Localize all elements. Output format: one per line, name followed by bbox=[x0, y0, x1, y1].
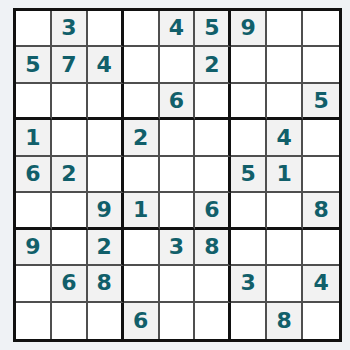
cell-r9c4[interactable]: 6 bbox=[124, 303, 160, 339]
cell-r1c8[interactable] bbox=[267, 11, 303, 47]
cell-r4c9[interactable] bbox=[303, 120, 339, 156]
cell-r5c9[interactable] bbox=[303, 157, 339, 193]
cell-r6c8[interactable] bbox=[267, 193, 303, 229]
cell-r4c5[interactable] bbox=[160, 120, 196, 156]
cell-r1c7[interactable]: 9 bbox=[231, 11, 267, 47]
cell-r3c3[interactable] bbox=[88, 84, 124, 120]
cell-r9c6[interactable] bbox=[195, 303, 231, 339]
cell-r3c8[interactable] bbox=[267, 84, 303, 120]
cell-r4c8[interactable]: 4 bbox=[267, 120, 303, 156]
cell-r5c7[interactable]: 5 bbox=[231, 157, 267, 193]
cell-r8c1[interactable] bbox=[16, 266, 52, 302]
cell-r5c6[interactable] bbox=[195, 157, 231, 193]
cell-r9c1[interactable] bbox=[16, 303, 52, 339]
cell-r6c1[interactable] bbox=[16, 193, 52, 229]
cell-r4c3[interactable] bbox=[88, 120, 124, 156]
cell-r9c5[interactable] bbox=[160, 303, 196, 339]
cell-r2c5[interactable] bbox=[160, 47, 196, 83]
cell-r8c2[interactable]: 6 bbox=[52, 266, 88, 302]
cell-r8c5[interactable] bbox=[160, 266, 196, 302]
cell-r7c7[interactable] bbox=[231, 230, 267, 266]
cell-r4c6[interactable] bbox=[195, 120, 231, 156]
cell-r1c5[interactable]: 4 bbox=[160, 11, 196, 47]
cell-r6c9[interactable]: 8 bbox=[303, 193, 339, 229]
cell-r8c8[interactable] bbox=[267, 266, 303, 302]
cell-r7c5[interactable]: 3 bbox=[160, 230, 196, 266]
cell-r1c3[interactable] bbox=[88, 11, 124, 47]
cell-r7c8[interactable] bbox=[267, 230, 303, 266]
cell-r7c6[interactable]: 8 bbox=[195, 230, 231, 266]
cell-r3c9[interactable]: 5 bbox=[303, 84, 339, 120]
cell-r4c7[interactable] bbox=[231, 120, 267, 156]
cell-r1c6[interactable]: 5 bbox=[195, 11, 231, 47]
cell-r9c7[interactable] bbox=[231, 303, 267, 339]
cell-r2c3[interactable]: 4 bbox=[88, 47, 124, 83]
cell-r9c8[interactable]: 8 bbox=[267, 303, 303, 339]
cell-r2c1[interactable]: 5 bbox=[16, 47, 52, 83]
cell-r2c8[interactable] bbox=[267, 47, 303, 83]
cell-r1c1[interactable] bbox=[16, 11, 52, 47]
cell-r6c5[interactable] bbox=[160, 193, 196, 229]
cell-r1c9[interactable] bbox=[303, 11, 339, 47]
cell-r8c9[interactable]: 4 bbox=[303, 266, 339, 302]
cell-r3c6[interactable] bbox=[195, 84, 231, 120]
cell-r3c1[interactable] bbox=[16, 84, 52, 120]
cell-r6c4[interactable]: 1 bbox=[124, 193, 160, 229]
cell-r9c9[interactable] bbox=[303, 303, 339, 339]
cell-r9c2[interactable] bbox=[52, 303, 88, 339]
cell-r3c2[interactable] bbox=[52, 84, 88, 120]
cell-r1c2[interactable]: 3 bbox=[52, 11, 88, 47]
cell-r5c3[interactable] bbox=[88, 157, 124, 193]
sudoku-board: 3459574265124625191689238683468 bbox=[13, 8, 342, 342]
cell-r7c4[interactable] bbox=[124, 230, 160, 266]
cell-r6c7[interactable] bbox=[231, 193, 267, 229]
cell-r5c2[interactable]: 2 bbox=[52, 157, 88, 193]
cell-r2c4[interactable] bbox=[124, 47, 160, 83]
cell-r3c5[interactable]: 6 bbox=[160, 84, 196, 120]
cell-r2c9[interactable] bbox=[303, 47, 339, 83]
cell-r5c1[interactable]: 6 bbox=[16, 157, 52, 193]
cell-r8c7[interactable]: 3 bbox=[231, 266, 267, 302]
cell-r8c3[interactable]: 8 bbox=[88, 266, 124, 302]
cell-r4c4[interactable]: 2 bbox=[124, 120, 160, 156]
cell-r6c6[interactable]: 6 bbox=[195, 193, 231, 229]
cell-r4c2[interactable] bbox=[52, 120, 88, 156]
cell-r6c3[interactable]: 9 bbox=[88, 193, 124, 229]
cell-r5c8[interactable]: 1 bbox=[267, 157, 303, 193]
cell-r5c4[interactable] bbox=[124, 157, 160, 193]
cell-r8c4[interactable] bbox=[124, 266, 160, 302]
cell-r2c7[interactable] bbox=[231, 47, 267, 83]
cell-r1c4[interactable] bbox=[124, 11, 160, 47]
cell-r7c3[interactable]: 2 bbox=[88, 230, 124, 266]
cell-r5c5[interactable] bbox=[160, 157, 196, 193]
cell-r7c9[interactable] bbox=[303, 230, 339, 266]
cell-r6c2[interactable] bbox=[52, 193, 88, 229]
cell-r3c7[interactable] bbox=[231, 84, 267, 120]
cell-r7c1[interactable]: 9 bbox=[16, 230, 52, 266]
cell-r2c2[interactable]: 7 bbox=[52, 47, 88, 83]
cell-r9c3[interactable] bbox=[88, 303, 124, 339]
cell-r7c2[interactable] bbox=[52, 230, 88, 266]
cell-r8c6[interactable] bbox=[195, 266, 231, 302]
cell-r3c4[interactable] bbox=[124, 84, 160, 120]
cell-r2c6[interactable]: 2 bbox=[195, 47, 231, 83]
cell-r4c1[interactable]: 1 bbox=[16, 120, 52, 156]
